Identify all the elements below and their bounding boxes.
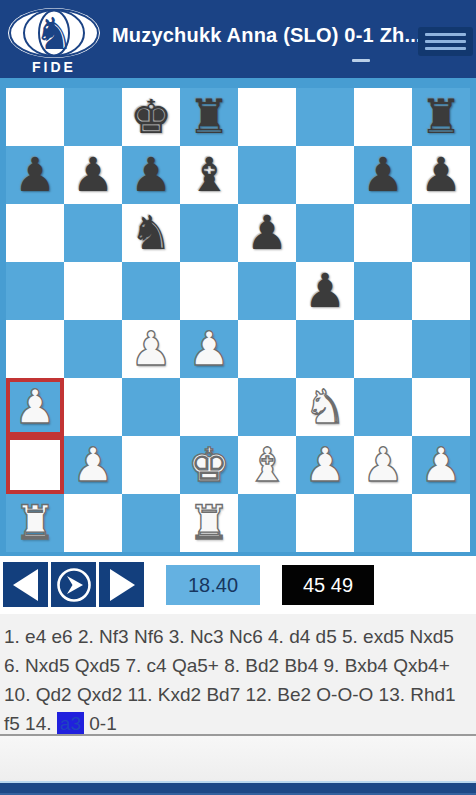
square-a8[interactable]	[6, 88, 64, 146]
square-g4[interactable]	[354, 320, 412, 378]
black-pawn: ♟	[246, 204, 288, 262]
white-pawn: ♟	[72, 436, 114, 494]
square-d1[interactable]: ♜	[180, 494, 238, 552]
previous-move-button[interactable]	[3, 562, 48, 607]
white-rook: ♜	[188, 494, 230, 552]
square-d5[interactable]	[180, 262, 238, 320]
hamburger-menu-icon[interactable]	[418, 27, 473, 56]
square-g1[interactable]	[354, 494, 412, 552]
next-move-button[interactable]	[99, 562, 144, 607]
square-g3[interactable]	[354, 378, 412, 436]
square-f6[interactable]	[296, 204, 354, 262]
square-a1[interactable]: ♜	[6, 494, 64, 552]
square-a7[interactable]: ♟	[6, 146, 64, 204]
play-circle-icon	[56, 567, 92, 603]
black-bishop: ♝	[188, 146, 230, 204]
square-b3[interactable]	[64, 378, 122, 436]
square-e6[interactable]: ♟	[238, 204, 296, 262]
square-h3[interactable]	[412, 378, 470, 436]
square-h2[interactable]: ♟	[412, 436, 470, 494]
square-c2[interactable]	[122, 436, 180, 494]
white-pawn: ♟	[14, 378, 56, 436]
square-d2[interactable]: ♚	[180, 436, 238, 494]
square-a4[interactable]	[6, 320, 64, 378]
square-c8[interactable]: ♚	[122, 88, 180, 146]
black-king: ♚	[130, 88, 172, 146]
square-d6[interactable]	[180, 204, 238, 262]
square-c1[interactable]	[122, 494, 180, 552]
app-header: ♞ FIDE Muzychukk Anna (SLO) 0-1 Zh...	[0, 0, 476, 78]
square-e3[interactable]	[238, 378, 296, 436]
square-d3[interactable]	[180, 378, 238, 436]
white-rook: ♜	[14, 494, 56, 552]
square-a2[interactable]	[6, 436, 64, 494]
square-g8[interactable]	[354, 88, 412, 146]
game-title: Muzychukk Anna (SLO) 0-1 Zh...	[112, 24, 422, 47]
black-pawn: ♟	[420, 146, 462, 204]
square-c7[interactable]: ♟	[122, 146, 180, 204]
square-d7[interactable]: ♝	[180, 146, 238, 204]
board-frame: ♚♜♜♟♟♟♝♟♟♞♟♟♟♟♟♞♟♚♝♟♟♟♜♜	[0, 78, 476, 556]
square-d8[interactable]: ♜	[180, 88, 238, 146]
hamburger-bar	[425, 47, 466, 50]
left-arrow-icon	[11, 568, 41, 602]
empty-area	[0, 736, 476, 781]
square-e8[interactable]	[238, 88, 296, 146]
white-pawn: ♟	[420, 436, 462, 494]
square-f2[interactable]: ♟	[296, 436, 354, 494]
square-e7[interactable]	[238, 146, 296, 204]
white-knight: ♞	[304, 378, 346, 436]
square-b4[interactable]	[64, 320, 122, 378]
square-c5[interactable]	[122, 262, 180, 320]
square-g5[interactable]	[354, 262, 412, 320]
square-h4[interactable]	[412, 320, 470, 378]
square-b5[interactable]	[64, 262, 122, 320]
black-pawn: ♟	[362, 146, 404, 204]
black-rook: ♜	[420, 88, 462, 146]
square-a3[interactable]: ♟	[6, 378, 64, 436]
black-rook: ♜	[188, 88, 230, 146]
square-f1[interactable]	[296, 494, 354, 552]
white-pawn: ♟	[130, 320, 172, 378]
square-c3[interactable]	[122, 378, 180, 436]
move-text[interactable]: 0-1	[84, 713, 117, 734]
black-pawn: ♟	[14, 146, 56, 204]
square-e4[interactable]	[238, 320, 296, 378]
square-a5[interactable]	[6, 262, 64, 320]
square-f7[interactable]	[296, 146, 354, 204]
square-b8[interactable]	[64, 88, 122, 146]
square-h1[interactable]	[412, 494, 470, 552]
square-d4[interactable]: ♟	[180, 320, 238, 378]
square-g6[interactable]	[354, 204, 412, 262]
white-pawn: ♟	[362, 436, 404, 494]
square-c6[interactable]: ♞	[122, 204, 180, 262]
square-f8[interactable]	[296, 88, 354, 146]
square-h6[interactable]	[412, 204, 470, 262]
chess-board: ♚♜♜♟♟♟♝♟♟♞♟♟♟♟♟♞♟♚♝♟♟♟♜♜	[6, 88, 470, 552]
hamburger-bar	[425, 40, 466, 43]
square-e5[interactable]	[238, 262, 296, 320]
fide-knight-icon: ♞	[34, 8, 73, 59]
hamburger-bar	[425, 33, 466, 36]
square-f4[interactable]	[296, 320, 354, 378]
page-indicator-dash	[352, 59, 370, 62]
square-e1[interactable]	[238, 494, 296, 552]
autoplay-button[interactable]	[51, 562, 96, 607]
white-pawn: ♟	[188, 320, 230, 378]
white-clock: 18.40	[166, 565, 260, 605]
black-clock: 45 49	[282, 565, 374, 605]
square-b2[interactable]: ♟	[64, 436, 122, 494]
square-a6[interactable]	[6, 204, 64, 262]
white-king: ♚	[188, 436, 230, 494]
square-f3[interactable]: ♞	[296, 378, 354, 436]
square-f5[interactable]: ♟	[296, 262, 354, 320]
selected-move[interactable]: a3	[57, 712, 84, 734]
chess-app: ♞ FIDE Muzychukk Anna (SLO) 0-1 Zh... ♚♜…	[0, 0, 476, 795]
white-bishop: ♝	[246, 436, 288, 494]
fide-logo-text: FIDE	[32, 59, 76, 75]
square-c4[interactable]: ♟	[122, 320, 180, 378]
square-h8[interactable]: ♜	[412, 88, 470, 146]
square-g2[interactable]: ♟	[354, 436, 412, 494]
square-e2[interactable]: ♝	[238, 436, 296, 494]
bottom-navy-bar	[0, 783, 476, 795]
square-b7[interactable]: ♟	[64, 146, 122, 204]
square-b1[interactable]	[64, 494, 122, 552]
square-h5[interactable]	[412, 262, 470, 320]
black-pawn: ♟	[304, 262, 346, 320]
black-pawn: ♟	[130, 146, 172, 204]
nav-strip: 18.40 45 49	[0, 556, 476, 614]
moves-panel[interactable]: 1. e4 e6 2. Nf3 Nf6 3. Nc3 Nc6 4. d4 d5 …	[0, 614, 476, 734]
right-arrow-icon	[107, 568, 137, 602]
fide-logo: ♞ FIDE	[0, 0, 112, 78]
black-pawn: ♟	[72, 146, 114, 204]
white-pawn: ♟	[304, 436, 346, 494]
square-b6[interactable]	[64, 204, 122, 262]
black-knight: ♞	[130, 204, 172, 262]
square-h7[interactable]: ♟	[412, 146, 470, 204]
square-g7[interactable]: ♟	[354, 146, 412, 204]
